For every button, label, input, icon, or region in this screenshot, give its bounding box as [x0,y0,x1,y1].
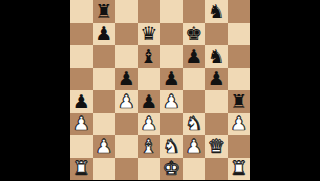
square-b7[interactable]: ♟ [93,23,116,46]
square-g8[interactable]: ♞ [205,0,228,23]
square-e5[interactable]: ♟ [160,68,183,91]
square-e4[interactable]: ♟ [160,90,183,113]
square-d7[interactable]: ♛ [138,23,161,46]
square-d8[interactable] [138,0,161,23]
square-d1[interactable] [138,158,161,181]
square-h4[interactable]: ♜ [228,90,251,113]
piece-white-pawn[interactable]: ♟ [185,136,202,155]
piece-black-rook[interactable]: ♜ [95,1,112,20]
piece-black-pawn[interactable]: ♟ [95,24,112,43]
square-d4[interactable]: ♟ [138,90,161,113]
square-h2[interactable] [228,135,251,158]
piece-white-rook[interactable]: ♜ [230,159,247,178]
square-g4[interactable] [205,90,228,113]
square-b6[interactable] [93,45,116,68]
square-b1[interactable] [93,158,116,181]
square-a5[interactable] [70,68,93,91]
square-h7[interactable] [228,23,251,46]
piece-white-knight[interactable]: ♞ [185,114,202,133]
square-h6[interactable] [228,45,251,68]
square-b3[interactable] [93,113,116,136]
piece-white-knight[interactable]: ♞ [163,136,180,155]
square-e1[interactable]: ♚ [160,158,183,181]
piece-white-pawn[interactable]: ♟ [163,91,180,110]
chess-app-screen: ♜♞♟♛♚♝♟♞♟♟♟♟♟♟♟♜♟♟♞♟♟♝♞♟♛♜♚♜ [0,0,320,180]
square-g3[interactable] [205,113,228,136]
square-c7[interactable] [115,23,138,46]
square-c4[interactable]: ♟ [115,90,138,113]
square-a7[interactable] [70,23,93,46]
square-f7[interactable]: ♚ [183,23,206,46]
square-g6[interactable]: ♞ [205,45,228,68]
square-a3[interactable]: ♟ [70,113,93,136]
square-a6[interactable] [70,45,93,68]
piece-black-knight[interactable]: ♞ [208,1,225,20]
piece-white-pawn[interactable]: ♟ [95,136,112,155]
piece-white-queen[interactable]: ♛ [208,136,225,155]
square-b2[interactable]: ♟ [93,135,116,158]
square-b8[interactable]: ♜ [93,0,116,23]
square-h5[interactable] [228,68,251,91]
piece-black-rook[interactable]: ♜ [230,91,247,110]
square-c3[interactable] [115,113,138,136]
square-g2[interactable]: ♛ [205,135,228,158]
square-g7[interactable] [205,23,228,46]
square-e8[interactable] [160,0,183,23]
piece-white-pawn[interactable]: ♟ [73,114,90,133]
square-e7[interactable] [160,23,183,46]
piece-black-pawn[interactable]: ♟ [163,69,180,88]
square-c1[interactable] [115,158,138,181]
square-e2[interactable]: ♞ [160,135,183,158]
piece-white-pawn[interactable]: ♟ [118,91,135,110]
square-f6[interactable]: ♟ [183,45,206,68]
square-f4[interactable] [183,90,206,113]
square-d6[interactable]: ♝ [138,45,161,68]
square-e3[interactable] [160,113,183,136]
piece-white-rook[interactable]: ♜ [73,159,90,178]
square-a8[interactable] [70,0,93,23]
piece-black-pawn[interactable]: ♟ [118,69,135,88]
piece-black-pawn[interactable]: ♟ [208,69,225,88]
square-f5[interactable] [183,68,206,91]
square-c2[interactable] [115,135,138,158]
square-a4[interactable]: ♟ [70,90,93,113]
square-f2[interactable]: ♟ [183,135,206,158]
piece-white-king[interactable]: ♚ [163,159,180,178]
square-h3[interactable]: ♟ [228,113,251,136]
piece-white-pawn[interactable]: ♟ [230,114,247,133]
square-a1[interactable]: ♜ [70,158,93,181]
square-b5[interactable] [93,68,116,91]
square-f8[interactable] [183,0,206,23]
square-h8[interactable] [228,0,251,23]
square-g1[interactable] [205,158,228,181]
square-g5[interactable]: ♟ [205,68,228,91]
piece-white-pawn[interactable]: ♟ [140,114,157,133]
square-c5[interactable]: ♟ [115,68,138,91]
piece-black-pawn[interactable]: ♟ [140,91,157,110]
square-a2[interactable] [70,135,93,158]
piece-black-queen[interactable]: ♛ [140,24,157,43]
piece-black-bishop[interactable]: ♝ [140,46,157,65]
square-f1[interactable] [183,158,206,181]
piece-black-king[interactable]: ♚ [185,24,202,43]
piece-black-pawn[interactable]: ♟ [185,46,202,65]
square-h1[interactable]: ♜ [228,158,251,181]
piece-black-knight[interactable]: ♞ [208,46,225,65]
square-b4[interactable] [93,90,116,113]
square-d2[interactable]: ♝ [138,135,161,158]
square-f3[interactable]: ♞ [183,113,206,136]
piece-white-bishop[interactable]: ♝ [140,136,157,155]
square-e6[interactable] [160,45,183,68]
square-d3[interactable]: ♟ [138,113,161,136]
chess-board: ♜♞♟♛♚♝♟♞♟♟♟♟♟♟♟♜♟♟♞♟♟♝♞♟♛♜♚♜ [70,0,250,180]
square-c6[interactable] [115,45,138,68]
square-d5[interactable] [138,68,161,91]
piece-black-pawn[interactable]: ♟ [73,91,90,110]
square-c8[interactable] [115,0,138,23]
